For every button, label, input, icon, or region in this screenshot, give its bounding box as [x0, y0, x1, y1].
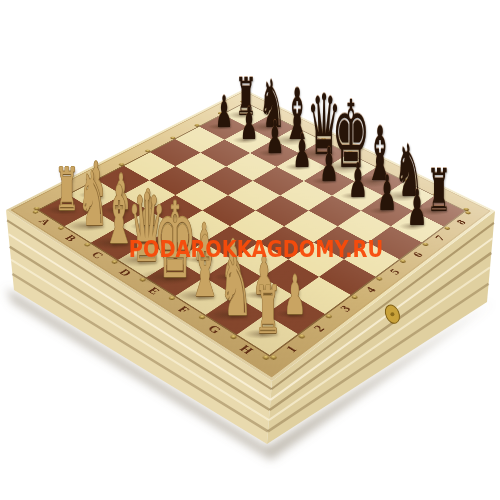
rank-label-3: 3	[337, 304, 352, 314]
screw-icon	[443, 226, 450, 230]
screw-icon	[421, 242, 429, 247]
file-label-a: A	[37, 217, 54, 226]
piece-black-rook-h8: ♜	[426, 161, 450, 220]
chess-set-photo: ABCDEFGH12345678 ♜♟♞♟♝♟♛♟♚♟♝♟♟♞♜♟♟♜♞♟♟♟♝…	[0, 0, 500, 500]
screw-icon	[324, 313, 332, 318]
piece-black-pawn-b7: ♟	[240, 102, 258, 147]
rank-label-1: 1	[283, 344, 299, 355]
screw-icon	[375, 276, 383, 281]
screw-icon	[464, 210, 471, 214]
piece-black-pawn-c7: ♟	[265, 115, 284, 161]
piece-black-pawn-e7: ♟	[319, 141, 338, 188]
piece-white-pawn-h2: ♟	[284, 269, 306, 323]
rank-label-5: 5	[387, 267, 402, 276]
screw-icon	[350, 294, 358, 299]
screw-icon	[32, 210, 40, 214]
rank-label-6: 6	[410, 250, 425, 259]
screw-icon	[399, 259, 407, 264]
rank-label-7: 7	[432, 234, 446, 242]
screw-icon	[297, 333, 305, 339]
piece-black-pawn-a7: ♟	[215, 90, 233, 134]
clasp-pin-icon	[390, 312, 394, 316]
rank-label-8: 8	[454, 218, 468, 226]
piece-black-pawn-h7: ♟	[407, 184, 428, 234]
rank-label-4: 4	[363, 285, 378, 294]
piece-white-rook-a1: ♜	[54, 160, 78, 219]
piece-black-pawn-d7: ♟	[292, 128, 311, 174]
watermark-text: PODAROKKAGDOMY.RU	[129, 236, 383, 262]
piece-black-pawn-g7: ♟	[377, 170, 397, 219]
piece-black-pawn-f7: ♟	[348, 155, 368, 203]
piece-white-rook-h1: ♜	[254, 279, 281, 345]
rank-label-2: 2	[311, 323, 327, 333]
screw-icon	[57, 226, 65, 231]
file-label-h: H	[237, 343, 256, 356]
screw-icon	[269, 354, 278, 360]
